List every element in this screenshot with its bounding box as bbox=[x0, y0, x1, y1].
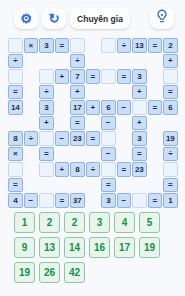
tray-tile-14-value-26[interactable]: 26 bbox=[39, 262, 60, 283]
tray-tile-9-value-14[interactable]: 14 bbox=[64, 237, 85, 258]
operator-cell-r3c4: + bbox=[70, 85, 85, 100]
given-cell-r2c8: 3 bbox=[132, 69, 147, 84]
operator-cell-r9c10: = bbox=[163, 178, 178, 193]
operator-cell-r6c1: ÷ bbox=[24, 131, 39, 146]
operator-cell-r2c7: = bbox=[117, 69, 132, 84]
operator-cell-r8c7: = bbox=[117, 162, 132, 177]
given-cell-r10c6: 3 bbox=[101, 193, 116, 208]
given-cell-r6c10: 19 bbox=[163, 131, 178, 146]
operator-cell-r4c5: + bbox=[86, 100, 101, 115]
operator-cell-r0c7: ÷ bbox=[117, 38, 132, 53]
operator-cell-r5c4: = bbox=[70, 116, 85, 131]
hint-button[interactable] bbox=[150, 8, 174, 29]
operator-cell-r1c4: ÷ bbox=[70, 54, 85, 69]
tray-tile-13-value-19[interactable]: 19 bbox=[14, 262, 35, 283]
empty-cell-r6c2[interactable] bbox=[39, 131, 54, 146]
given-cell-r4c4: 17 bbox=[70, 100, 85, 115]
empty-cell-r2c10[interactable] bbox=[163, 69, 178, 84]
operator-cell-r1c0: ÷ bbox=[8, 54, 23, 69]
lightbulb-icon bbox=[156, 9, 168, 28]
given-cell-r0c2: 3 bbox=[39, 38, 54, 53]
empty-cell-r8c0[interactable] bbox=[8, 162, 23, 177]
empty-cell-r2c2[interactable] bbox=[39, 69, 54, 84]
given-cell-r10c0: 4 bbox=[8, 193, 23, 208]
gear-icon: ⚙ bbox=[20, 12, 32, 25]
operator-cell-r3c10: = bbox=[163, 85, 178, 100]
empty-cell-r10c2[interactable] bbox=[39, 193, 54, 208]
given-cell-r6c0: 8 bbox=[8, 131, 23, 146]
tray-tile-5-value-4[interactable]: 4 bbox=[114, 212, 135, 233]
operator-cell-r5c2: + bbox=[39, 116, 54, 131]
operator-cell-r3c2: ÷ bbox=[39, 85, 54, 100]
restart-button[interactable]: ↻ bbox=[42, 8, 66, 29]
operator-cell-r7c2: = bbox=[39, 147, 54, 162]
operator-cell-r4c9: = bbox=[148, 100, 163, 115]
tray-tile-8-value-13[interactable]: 13 bbox=[39, 237, 60, 258]
restart-icon: ↻ bbox=[49, 12, 60, 25]
operator-cell-r0c1: × bbox=[24, 38, 39, 53]
tray-tile-15-value-42[interactable]: 42 bbox=[64, 262, 85, 283]
operator-cell-r9c0: = bbox=[8, 178, 23, 193]
operator-cell-r3c0: = bbox=[8, 85, 23, 100]
given-cell-r2c4: 7 bbox=[70, 69, 85, 84]
given-cell-r4c10: 6 bbox=[163, 100, 178, 115]
given-cell-r0c10: 2 bbox=[163, 38, 178, 53]
operator-cell-r7c0: × bbox=[8, 147, 23, 162]
operator-cell-r1c10: + bbox=[163, 54, 178, 69]
operator-cell-r3c8: + bbox=[132, 85, 147, 100]
operator-cell-r7c10: ÷ bbox=[163, 147, 178, 162]
operator-cell-r10c9: = bbox=[148, 193, 163, 208]
given-cell-r10c10: 1 bbox=[163, 193, 178, 208]
difficulty-badge[interactable]: Chuyên gia bbox=[70, 8, 130, 29]
operator-cell-r0c9: = bbox=[148, 38, 163, 53]
given-cell-r4c0: 14 bbox=[8, 100, 23, 115]
empty-cell-r2c0[interactable] bbox=[8, 69, 23, 84]
puzzle-board: ×3=÷13=2÷÷++7==3=÷++=14317+6−=6+=−+8÷−23… bbox=[8, 38, 178, 208]
operator-cell-r2c5: = bbox=[86, 69, 101, 84]
tray-tile-12-value-19[interactable]: 19 bbox=[139, 237, 160, 258]
operator-cell-r10c1: − bbox=[24, 193, 39, 208]
operator-cell-r0c3: = bbox=[55, 38, 70, 53]
operator-cell-r5c6: − bbox=[101, 116, 116, 131]
tray-tile-1-value-1[interactable]: 1 bbox=[14, 212, 35, 233]
operator-cell-r7c8: = bbox=[132, 147, 147, 162]
operator-cell-r8c5: ÷ bbox=[86, 162, 101, 177]
operator-cell-r4c7: − bbox=[117, 100, 132, 115]
given-cell-r0c8: 13 bbox=[132, 38, 147, 53]
given-cell-r10c4: 37 bbox=[70, 193, 85, 208]
tray-tile-2-value-2[interactable]: 2 bbox=[39, 212, 60, 233]
operator-cell-r8c3: + bbox=[55, 162, 70, 177]
empty-cell-r0c4[interactable] bbox=[70, 38, 85, 53]
given-cell-r8c8: 23 bbox=[132, 162, 147, 177]
operator-cell-r6c5: = bbox=[86, 131, 101, 146]
operator-cell-r5c8: + bbox=[132, 116, 147, 131]
empty-cell-r8c6[interactable] bbox=[101, 162, 116, 177]
empty-cell-r2c6[interactable] bbox=[101, 69, 116, 84]
tray-tile-6-value-5[interactable]: 5 bbox=[139, 212, 160, 233]
tray-tile-11-value-17[interactable]: 17 bbox=[114, 237, 135, 258]
operator-cell-r6c3: − bbox=[55, 131, 70, 146]
operator-cell-r7c6: − bbox=[101, 147, 116, 162]
number-tray: 12234591314161719192642 bbox=[14, 212, 178, 287]
settings-button[interactable]: ⚙ bbox=[14, 8, 38, 29]
given-cell-r6c4: 23 bbox=[70, 131, 85, 146]
given-cell-r4c2: 3 bbox=[39, 100, 54, 115]
empty-cell-r8c2[interactable] bbox=[39, 162, 54, 177]
tray-tile-3-value-2[interactable]: 2 bbox=[64, 212, 85, 233]
tray-tile-10-value-16[interactable]: 16 bbox=[89, 237, 110, 258]
empty-cell-r8c10[interactable] bbox=[163, 162, 178, 177]
operator-cell-r10c3: = bbox=[55, 193, 70, 208]
tray-tile-4-value-3[interactable]: 3 bbox=[89, 212, 110, 233]
given-cell-r8c4: 8 bbox=[70, 162, 85, 177]
operator-cell-r10c7: − bbox=[117, 193, 132, 208]
given-cell-r4c6: 6 bbox=[101, 100, 116, 115]
toolbar: ⚙ ↻ Chuyên gia bbox=[0, 8, 185, 30]
empty-cell-r6c6[interactable] bbox=[101, 131, 116, 146]
empty-cell-r4c8[interactable] bbox=[132, 100, 147, 115]
given-cell-r6c8: 3 bbox=[132, 131, 147, 146]
operator-cell-r2c3: + bbox=[55, 69, 70, 84]
empty-cell-r0c0[interactable] bbox=[8, 38, 23, 53]
difficulty-label: Chuyên gia bbox=[77, 14, 123, 24]
empty-cell-r0c6[interactable] bbox=[101, 38, 116, 53]
tray-tile-7-value-9[interactable]: 9 bbox=[14, 237, 35, 258]
empty-cell-r10c8[interactable] bbox=[132, 193, 147, 208]
operator-cell-r9c6: = bbox=[101, 178, 116, 193]
